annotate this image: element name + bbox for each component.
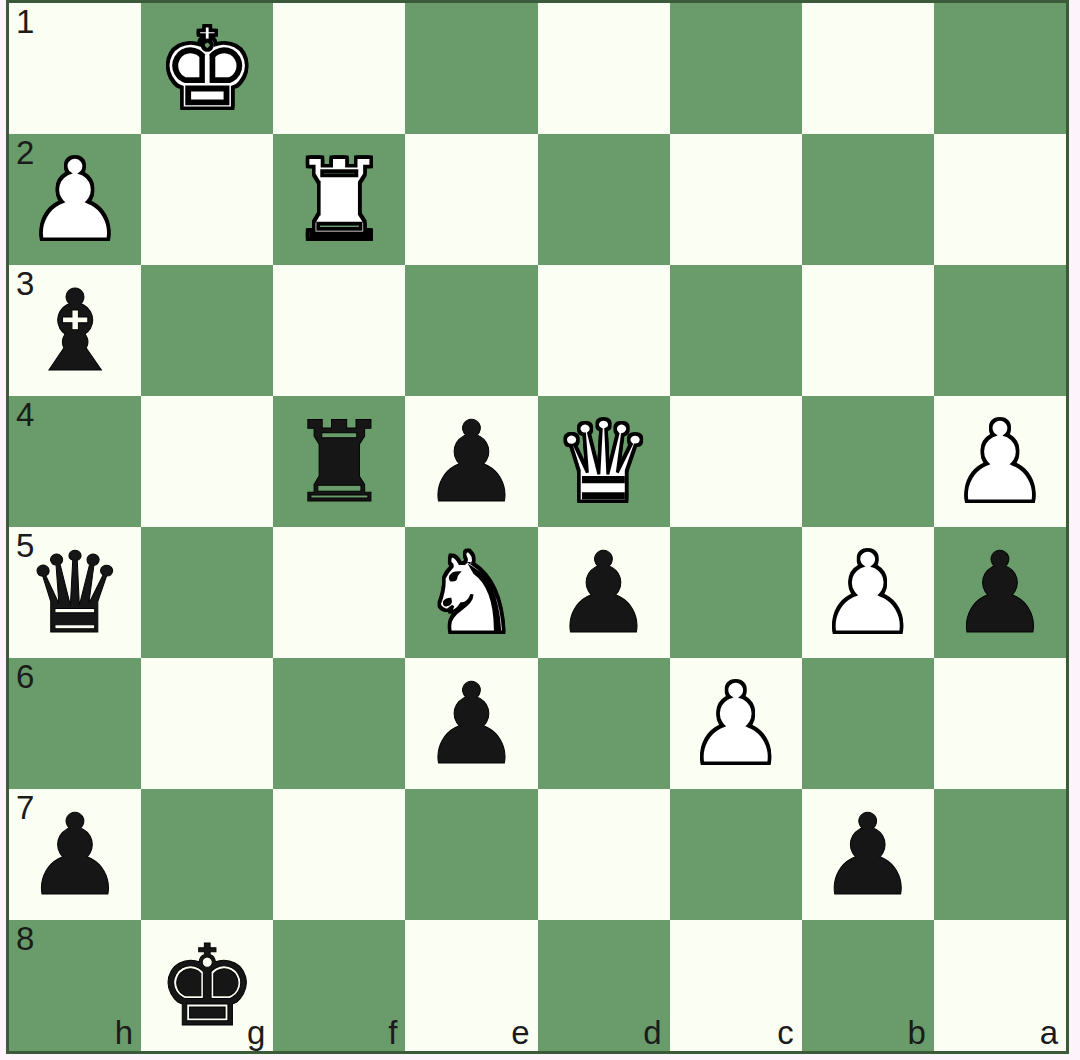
square-g8[interactable]: g♚ <box>141 920 273 1051</box>
file-label-a: a <box>1040 1015 1058 1051</box>
black-king-piece[interactable]: ♚ <box>157 930 257 1042</box>
square-c3[interactable] <box>670 265 802 396</box>
square-a8[interactable]: a <box>934 920 1066 1051</box>
square-f8[interactable]: f <box>273 920 405 1051</box>
white-king-piece[interactable]: ♚ <box>157 13 257 125</box>
square-e8[interactable]: e <box>405 920 537 1051</box>
square-h1[interactable]: 1 <box>9 3 141 134</box>
square-g3[interactable] <box>141 265 273 396</box>
square-h2[interactable]: 2♟ <box>9 134 141 265</box>
white-rook-piece[interactable]: ♜ <box>289 144 389 256</box>
square-a6[interactable] <box>934 658 1066 789</box>
file-label-f: f <box>388 1015 397 1051</box>
white-pawn-piece[interactable]: ♟ <box>685 668 785 780</box>
square-a1[interactable] <box>934 3 1066 134</box>
square-b8[interactable]: b <box>802 920 934 1051</box>
square-g2[interactable] <box>141 134 273 265</box>
square-c1[interactable] <box>670 3 802 134</box>
square-h5[interactable]: 5♛ <box>9 527 141 658</box>
square-d7[interactable] <box>538 789 670 920</box>
chess-board: 1♚2♟♜3♝4♜♟♛♟5♛♞♟♟♟6♟♟7♟♟8hg♚fedcba <box>9 3 1066 1051</box>
black-bishop-piece[interactable]: ♝ <box>25 275 125 387</box>
square-g1[interactable]: ♚ <box>141 3 273 134</box>
square-d1[interactable] <box>538 3 670 134</box>
square-h6[interactable]: 6 <box>9 658 141 789</box>
black-pawn-piece[interactable]: ♟ <box>25 799 125 911</box>
square-b5[interactable]: ♟ <box>802 527 934 658</box>
file-label-e: e <box>511 1015 529 1051</box>
black-pawn-piece[interactable]: ♟ <box>421 406 521 518</box>
square-d6[interactable] <box>538 658 670 789</box>
file-label-c: c <box>777 1015 794 1051</box>
square-h7[interactable]: 7♟ <box>9 789 141 920</box>
file-label-h: h <box>115 1015 133 1051</box>
square-h4[interactable]: 4 <box>9 396 141 527</box>
rank-label-6: 6 <box>16 658 34 696</box>
square-c8[interactable]: c <box>670 920 802 1051</box>
square-h3[interactable]: 3♝ <box>9 265 141 396</box>
square-e2[interactable] <box>405 134 537 265</box>
white-knight-piece[interactable]: ♞ <box>421 537 521 649</box>
square-e1[interactable] <box>405 3 537 134</box>
square-b4[interactable] <box>802 396 934 527</box>
square-b1[interactable] <box>802 3 934 134</box>
square-d3[interactable] <box>538 265 670 396</box>
square-g6[interactable] <box>141 658 273 789</box>
square-d5[interactable]: ♟ <box>538 527 670 658</box>
square-h8[interactable]: 8h <box>9 920 141 1051</box>
black-pawn-piece[interactable]: ♟ <box>553 537 653 649</box>
black-pawn-piece[interactable]: ♟ <box>818 799 918 911</box>
black-pawn-piece[interactable]: ♟ <box>421 668 521 780</box>
square-e5[interactable]: ♞ <box>405 527 537 658</box>
square-a3[interactable] <box>934 265 1066 396</box>
square-e6[interactable]: ♟ <box>405 658 537 789</box>
square-d8[interactable]: d <box>538 920 670 1051</box>
square-g7[interactable] <box>141 789 273 920</box>
square-f5[interactable] <box>273 527 405 658</box>
square-b3[interactable] <box>802 265 934 396</box>
rank-label-8: 8 <box>16 920 34 958</box>
file-label-b: b <box>908 1015 926 1051</box>
square-f4[interactable]: ♜ <box>273 396 405 527</box>
white-pawn-piece[interactable]: ♟ <box>950 406 1050 518</box>
square-a7[interactable] <box>934 789 1066 920</box>
square-a5[interactable]: ♟ <box>934 527 1066 658</box>
square-c5[interactable] <box>670 527 802 658</box>
square-f7[interactable] <box>273 789 405 920</box>
white-pawn-piece[interactable]: ♟ <box>25 144 125 256</box>
square-b7[interactable]: ♟ <box>802 789 934 920</box>
black-queen-piece[interactable]: ♛ <box>25 537 125 649</box>
square-g5[interactable] <box>141 527 273 658</box>
square-f6[interactable] <box>273 658 405 789</box>
square-d2[interactable] <box>538 134 670 265</box>
square-a2[interactable] <box>934 134 1066 265</box>
square-e3[interactable] <box>405 265 537 396</box>
white-pawn-piece[interactable]: ♟ <box>818 537 918 649</box>
square-f1[interactable] <box>273 3 405 134</box>
chess-board-frame: 1♚2♟♜3♝4♜♟♛♟5♛♞♟♟♟6♟♟7♟♟8hg♚fedcba <box>6 0 1069 1054</box>
square-d4[interactable]: ♛ <box>538 396 670 527</box>
square-c7[interactable] <box>670 789 802 920</box>
square-g4[interactable] <box>141 396 273 527</box>
square-a4[interactable]: ♟ <box>934 396 1066 527</box>
square-c2[interactable] <box>670 134 802 265</box>
black-pawn-piece[interactable]: ♟ <box>950 537 1050 649</box>
white-queen-piece[interactable]: ♛ <box>553 406 653 518</box>
rank-label-4: 4 <box>16 396 34 434</box>
square-c4[interactable] <box>670 396 802 527</box>
square-b6[interactable] <box>802 658 934 789</box>
square-f3[interactable] <box>273 265 405 396</box>
file-label-d: d <box>643 1015 661 1051</box>
rank-label-1: 1 <box>16 3 34 41</box>
square-b2[interactable] <box>802 134 934 265</box>
square-e7[interactable] <box>405 789 537 920</box>
black-rook-piece[interactable]: ♜ <box>289 406 389 518</box>
square-f2[interactable]: ♜ <box>273 134 405 265</box>
square-e4[interactable]: ♟ <box>405 396 537 527</box>
square-c6[interactable]: ♟ <box>670 658 802 789</box>
